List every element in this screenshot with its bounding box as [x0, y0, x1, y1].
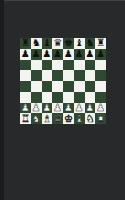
piece-black-pawn: ♟: [85, 49, 94, 59]
board-square: ♞: [85, 38, 96, 49]
board-square: ♟: [31, 103, 42, 114]
board-square: [95, 70, 106, 81]
board-square: [95, 81, 106, 92]
piece-white-knight: ♞: [32, 114, 41, 124]
notebook-cover: ♜♞♝♛♚♝♞♜♟♟♟♟♟♟♟♟♟♟♟♟♟♟♟♟♜♞♝♛♚♝♞♜: [0, 0, 125, 200]
board-square: [42, 70, 53, 81]
board-square: [85, 92, 96, 103]
piece-black-king: ♚: [64, 38, 73, 48]
chess-board: ♜♞♝♛♚♝♞♜♟♟♟♟♟♟♟♟♟♟♟♟♟♟♟♟♜♞♝♛♚♝♞♜: [20, 38, 106, 124]
piece-black-pawn: ♟: [64, 49, 73, 59]
board-square: [74, 70, 85, 81]
board-square: ♝: [42, 38, 53, 49]
board-square: ♝: [42, 113, 53, 124]
piece-white-pawn: ♟: [96, 103, 105, 113]
board-square: ♛: [52, 113, 63, 124]
board-square: [85, 81, 96, 92]
board-square: ♜: [20, 113, 31, 124]
piece-white-pawn: ♟: [21, 103, 30, 113]
board-square: ♚: [63, 38, 74, 49]
piece-white-rook: ♜: [21, 114, 30, 124]
board-square: ♚: [63, 113, 74, 124]
piece-white-knight: ♞: [85, 114, 94, 124]
board-square: ♞: [31, 38, 42, 49]
board-square: [74, 92, 85, 103]
board-square: ♝: [74, 113, 85, 124]
piece-black-rook: ♜: [96, 38, 105, 48]
piece-black-pawn: ♟: [53, 49, 62, 59]
board-square: [31, 81, 42, 92]
board-square: [20, 81, 31, 92]
piece-white-bishop: ♝: [42, 114, 51, 124]
board-square: ♟: [85, 49, 96, 60]
board-square: ♟: [74, 103, 85, 114]
board-square: ♜: [20, 38, 31, 49]
board-square: [52, 60, 63, 71]
piece-white-rook: ♜: [96, 114, 105, 124]
board-square: [74, 60, 85, 71]
board-square: [63, 60, 74, 71]
board-square: [52, 81, 63, 92]
board-square: ♟: [63, 103, 74, 114]
piece-black-pawn: ♟: [42, 49, 51, 59]
piece-white-bishop: ♝: [75, 114, 84, 124]
piece-white-pawn: ♟: [42, 103, 51, 113]
board-square: [63, 81, 74, 92]
board-square: ♟: [95, 103, 106, 114]
board-square: [42, 81, 53, 92]
board-square: ♟: [95, 49, 106, 60]
board-square: ♟: [31, 49, 42, 60]
board-square: ♛: [52, 38, 63, 49]
board-square: [42, 60, 53, 71]
board-square: [31, 92, 42, 103]
board-square: ♟: [63, 49, 74, 60]
board-square: ♟: [42, 103, 53, 114]
piece-black-bishop: ♝: [42, 38, 51, 48]
board-square: ♝: [74, 38, 85, 49]
piece-black-queen: ♛: [53, 38, 62, 48]
board-square: ♟: [20, 49, 31, 60]
piece-black-knight: ♞: [85, 38, 94, 48]
board-square: ♞: [85, 113, 96, 124]
piece-black-knight: ♞: [32, 38, 41, 48]
piece-white-pawn: ♟: [75, 103, 84, 113]
board-square: ♟: [20, 103, 31, 114]
board-square: [63, 70, 74, 81]
board-square: [31, 70, 42, 81]
board-square: ♜: [95, 38, 106, 49]
board-square: [20, 92, 31, 103]
board-square: [20, 70, 31, 81]
board-square: [20, 60, 31, 71]
piece-black-bishop: ♝: [75, 38, 84, 48]
board-square: [95, 60, 106, 71]
board-square: [85, 60, 96, 71]
piece-black-pawn: ♟: [75, 49, 84, 59]
piece-black-pawn: ♟: [96, 49, 105, 59]
piece-white-pawn: ♟: [64, 103, 73, 113]
board-square: ♜: [95, 113, 106, 124]
board-square: [95, 92, 106, 103]
piece-black-pawn: ♟: [32, 49, 41, 59]
board-square: ♟: [85, 103, 96, 114]
board-square: [63, 92, 74, 103]
piece-white-pawn: ♟: [32, 103, 41, 113]
piece-white-pawn: ♟: [53, 103, 62, 113]
board-square: ♞: [31, 113, 42, 124]
piece-black-rook: ♜: [21, 38, 30, 48]
board-square: [42, 92, 53, 103]
board-square: [74, 81, 85, 92]
piece-white-pawn: ♟: [85, 103, 94, 113]
piece-white-king: ♚: [64, 114, 73, 124]
piece-white-queen: ♛: [53, 114, 62, 124]
board-square: [31, 60, 42, 71]
cover-top-edge-highlight: [0, 0, 125, 1]
board-square: ♟: [42, 49, 53, 60]
board-square: ♟: [52, 49, 63, 60]
board-square: ♟: [74, 49, 85, 60]
cover-spine-shadow: [0, 0, 4, 200]
board-square: [52, 70, 63, 81]
board-square: ♟: [52, 103, 63, 114]
board-square: [85, 70, 96, 81]
board-square: [52, 92, 63, 103]
piece-black-pawn: ♟: [21, 49, 30, 59]
